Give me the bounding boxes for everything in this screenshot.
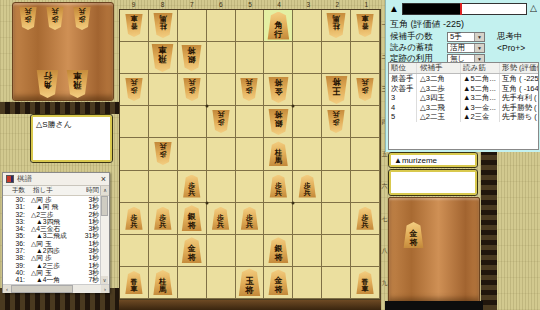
- piece-歩兵[interactable]: 歩兵: [355, 78, 375, 101]
- candidate-row[interactable]: 4△3二飛▲3一金...先手勝勢 ( 2543): [389, 103, 538, 113]
- sente-hand-row-1: 金将: [402, 222, 425, 248]
- piece-歩兵[interactable]: 歩兵: [211, 110, 231, 133]
- header-eval: 形勢 (評価値): [500, 63, 538, 73]
- square-7八[interactable]: 金将: [178, 235, 207, 267]
- kifu-move-row[interactable]: 35:▲3二飛成31秒: [3, 232, 109, 239]
- option-row-memory: 読みの蓄積 活用 ▼ <Pro+>: [390, 43, 540, 53]
- kifu-move-row[interactable]: 34:△4三金右3秒: [3, 225, 109, 232]
- square-1七[interactable]: 歩兵: [351, 203, 380, 235]
- sente-comment-box: [388, 169, 478, 196]
- square-2五[interactable]: [322, 138, 351, 170]
- square-8五[interactable]: 歩兵: [149, 138, 178, 170]
- square-8九[interactable]: 桂馬: [149, 267, 178, 299]
- square-2九[interactable]: [322, 267, 351, 299]
- evaluation-text: 互角 (評価値 -225): [386, 15, 540, 31]
- square-1三[interactable]: 歩兵: [351, 74, 380, 106]
- chevron-down-icon[interactable]: ▼: [474, 33, 484, 41]
- square-5二[interactable]: [236, 42, 265, 74]
- square-5三[interactable]: 歩兵: [236, 74, 265, 106]
- kifu-move-row[interactable]: 30:△同 歩3秒: [3, 196, 109, 203]
- file-label-9: 9: [119, 0, 148, 9]
- square-1六[interactable]: [351, 171, 380, 203]
- scroll-right-icon[interactable]: ›: [101, 285, 109, 293]
- evaluation-bar-row: ▲ △: [386, 0, 540, 15]
- kifu-move-row[interactable]: 39:▲2三歩1秒: [3, 262, 109, 269]
- square-6六[interactable]: [207, 171, 236, 203]
- kifu-col-move: 指し手: [25, 186, 86, 195]
- candidate-row[interactable]: 5△2二玉▲2三金先手勝ち ( 99999): [389, 112, 538, 122]
- candidate-row[interactable]: 最善手△3二角▲5二角...互角 ( -225): [389, 74, 538, 84]
- square-5一[interactable]: [236, 10, 265, 42]
- sente-mark-icon: ▲: [389, 3, 399, 14]
- piece-歩兵[interactable]: 歩兵: [239, 78, 259, 101]
- square-9六[interactable]: [120, 171, 149, 203]
- square-5七[interactable]: 歩兵: [236, 203, 265, 235]
- square-7二[interactable]: 銀将: [178, 42, 207, 74]
- header-move: 候補手: [417, 63, 461, 73]
- kifu-col-time: 時間: [86, 186, 100, 195]
- chevron-down-icon[interactable]: ▼: [474, 44, 484, 52]
- square-3六[interactable]: 歩兵: [293, 171, 322, 203]
- close-icon[interactable]: ×: [101, 175, 106, 184]
- piece-歩兵[interactable]: 歩兵: [18, 7, 38, 30]
- kifu-window: 棋譜 × 手数 指し手 時間 ∧ 30:△同 歩3秒31:▲同 飛1秒32:△2…: [2, 172, 110, 293]
- square-3二[interactable]: [293, 42, 322, 74]
- piece-香車[interactable]: 香車: [124, 14, 144, 37]
- piece-桂馬[interactable]: 桂馬: [152, 13, 174, 38]
- piece-金将[interactable]: 金将: [180, 237, 203, 263]
- piece-歩兵[interactable]: 歩兵: [297, 175, 317, 198]
- square-3八[interactable]: [293, 235, 322, 267]
- square-9四[interactable]: [120, 106, 149, 138]
- candidates-count-select[interactable]: 5手 ▼: [447, 32, 485, 42]
- kifu-move-row[interactable]: 37:▲2四歩3秒: [3, 247, 109, 254]
- square-3五[interactable]: [293, 138, 322, 170]
- candidate-moves-table[interactable]: 順位 候補手 読み筋 形勢 (評価値) 最善手△3二角▲5二角...互角 ( -…: [388, 62, 539, 150]
- kifu-move-row[interactable]: 40:△同 玉3秒: [3, 269, 109, 276]
- candidate-row[interactable]: 3△3四玉▲3二角...先手有利 ( 769): [389, 93, 538, 103]
- square-5五[interactable]: [236, 138, 265, 170]
- header-line: 読み筋: [461, 63, 500, 73]
- piece-王将[interactable]: 王将: [324, 76, 349, 104]
- analysis-panel: ▲ △ 互角 (評価値 -225) 候補手の数 5手 ▼ 思考中 読みの蓄積 活…: [385, 0, 540, 152]
- kifu-app-icon: [6, 175, 14, 183]
- square-4六[interactable]: 歩兵: [264, 171, 293, 203]
- square-7六[interactable]: 歩兵: [178, 171, 207, 203]
- square-4八[interactable]: 銀将: [264, 235, 293, 267]
- evaluation-bar-fill: [403, 4, 461, 14]
- square-1九[interactable]: 香車: [351, 267, 380, 299]
- square-7四[interactable]: [178, 106, 207, 138]
- square-9三[interactable]: 歩兵: [120, 74, 149, 106]
- kifu-col-moveno: 手数: [3, 186, 25, 195]
- gote-piece-stand: 歩兵歩兵歩兵 角行飛車: [12, 2, 114, 101]
- gote-nameplate: △S勝さん: [30, 114, 113, 163]
- piece-銀将[interactable]: 銀将: [267, 237, 290, 263]
- square-2三[interactable]: 王将: [322, 74, 351, 106]
- piece-歩兵[interactable]: 歩兵: [153, 142, 173, 165]
- gote-hand-row-1: 歩兵歩兵歩兵: [18, 7, 92, 30]
- piece-桂馬[interactable]: 桂馬: [325, 13, 347, 38]
- star-point: [292, 201, 295, 204]
- scroll-down-icon[interactable]: ∨: [101, 276, 108, 284]
- square-2六[interactable]: [322, 171, 351, 203]
- file-label-5: 5: [235, 0, 264, 9]
- square-8二[interactable]: 飛車: [149, 42, 178, 74]
- star-point: [205, 201, 208, 204]
- piece-歩兵[interactable]: 歩兵: [211, 207, 231, 230]
- square-3九[interactable]: [293, 267, 322, 299]
- square-4三[interactable]: 金将: [264, 74, 293, 106]
- tatami-edge-top-left: [0, 102, 119, 114]
- file-label-6: 6: [206, 0, 235, 9]
- square-2四[interactable]: 歩兵: [322, 106, 351, 138]
- file-label-8: 8: [148, 0, 177, 9]
- evaluation-bar: [402, 3, 527, 15]
- sente-piece-stand: 金将: [388, 197, 480, 303]
- gote-player-name: △S勝さん: [36, 120, 72, 129]
- square-7九[interactable]: [178, 267, 207, 299]
- square-2八[interactable]: [322, 235, 351, 267]
- square-5九[interactable]: 玉将: [236, 267, 265, 299]
- piece-歩兵[interactable]: 歩兵: [326, 110, 346, 133]
- square-6四[interactable]: 歩兵: [207, 106, 236, 138]
- kifu-vertical-scrollbar[interactable]: ∨: [100, 196, 109, 284]
- square-3一[interactable]: [293, 10, 322, 42]
- piece-歩兵[interactable]: 歩兵: [153, 207, 173, 230]
- kifu-move-row[interactable]: 38:△同 歩1秒: [3, 254, 109, 261]
- piece-歩兵[interactable]: 歩兵: [124, 207, 144, 230]
- square-6二[interactable]: [207, 42, 236, 74]
- square-1一[interactable]: 香車: [351, 10, 380, 42]
- scroll-up-icon[interactable]: ∧: [100, 186, 109, 195]
- engine-name: <Pro+>: [485, 43, 525, 53]
- square-7七[interactable]: 銀将: [178, 203, 207, 235]
- square-8八[interactable]: [149, 235, 178, 267]
- square-8七[interactable]: 歩兵: [149, 203, 178, 235]
- kifu-move-row[interactable]: 36:△同 玉1秒: [3, 240, 109, 247]
- piece-桂馬[interactable]: 桂馬: [267, 141, 289, 166]
- square-4二[interactable]: [264, 42, 293, 74]
- square-4一[interactable]: 角行: [264, 10, 293, 42]
- square-6九[interactable]: [207, 267, 236, 299]
- square-5六[interactable]: [236, 171, 265, 203]
- scroll-left-icon[interactable]: ‹: [3, 285, 11, 293]
- evaluation-bar-marker: [460, 3, 462, 15]
- piece-歩兵[interactable]: 歩兵: [355, 207, 375, 230]
- square-4四[interactable]: 銀将: [264, 106, 293, 138]
- piece-玉将[interactable]: 玉将: [237, 268, 262, 296]
- square-5八[interactable]: [236, 235, 265, 267]
- file-label-1: 1: [352, 0, 381, 9]
- square-3三[interactable]: [293, 74, 322, 106]
- combo-value: 5手: [448, 32, 474, 42]
- piece-歩兵[interactable]: 歩兵: [182, 175, 202, 198]
- square-9二[interactable]: [120, 42, 149, 74]
- kifu-horizontal-scrollbar[interactable]: ‹ ›: [3, 284, 109, 293]
- piece-歩兵[interactable]: 歩兵: [182, 78, 202, 101]
- square-9九[interactable]: 香車: [120, 267, 149, 299]
- tray-base-shadow: [385, 301, 483, 310]
- square-8四[interactable]: [149, 106, 178, 138]
- piece-歩兵[interactable]: 歩兵: [124, 78, 144, 101]
- piece-飛車[interactable]: 飛車: [150, 44, 175, 72]
- square-8六[interactable]: [149, 171, 178, 203]
- piece-歩兵[interactable]: 歩兵: [72, 7, 92, 30]
- piece-香車[interactable]: 香車: [355, 271, 375, 294]
- tatami-edge-right: [481, 152, 497, 310]
- piece-金将[interactable]: 金将: [267, 77, 290, 103]
- piece-歩兵[interactable]: 歩兵: [268, 175, 288, 198]
- option-row-candidates: 候補手の数 5手 ▼ 思考中: [390, 32, 540, 42]
- square-7三[interactable]: 歩兵: [178, 74, 207, 106]
- file-label-2: 2: [323, 0, 352, 9]
- square-6三[interactable]: [207, 74, 236, 106]
- piece-桂馬[interactable]: 桂馬: [152, 270, 174, 295]
- square-6五[interactable]: [207, 138, 236, 170]
- square-9八[interactable]: [120, 235, 149, 267]
- square-7一[interactable]: [178, 10, 207, 42]
- kifu-move-row[interactable]: 41:▲4一角7秒: [3, 276, 109, 283]
- star-point: [292, 105, 295, 108]
- piece-飛車[interactable]: 飛車: [65, 70, 90, 98]
- square-2七[interactable]: [322, 203, 351, 235]
- file-label-3: 3: [294, 0, 323, 9]
- piece-金将[interactable]: 金将: [267, 269, 290, 295]
- board-bottom-edge: [119, 300, 381, 310]
- combo-value: 活用: [448, 43, 474, 53]
- square-2二[interactable]: [322, 42, 351, 74]
- engine-status: 思考中: [485, 31, 523, 43]
- square-9七[interactable]: 歩兵: [120, 203, 149, 235]
- square-1四[interactable]: [351, 106, 380, 138]
- piece-銀将[interactable]: 銀将: [180, 45, 203, 71]
- kifu-move-row[interactable]: 32:△2三歩2秒: [3, 211, 109, 218]
- square-8三[interactable]: [149, 74, 178, 106]
- kifu-move-row[interactable]: 31:▲同 飛1秒: [3, 203, 109, 210]
- piece-歩兵[interactable]: 歩兵: [45, 7, 65, 30]
- square-4七[interactable]: [264, 203, 293, 235]
- board-file-labels: 987654321: [119, 0, 381, 9]
- square-9五[interactable]: [120, 138, 149, 170]
- star-point: [205, 105, 208, 108]
- candidate-table-header: 順位 候補手 読み筋 形勢 (評価値): [389, 63, 538, 74]
- piece-金将[interactable]: 金将: [402, 222, 425, 248]
- file-label-7: 7: [177, 0, 206, 9]
- square-8一[interactable]: 桂馬: [149, 10, 178, 42]
- square-1八[interactable]: [351, 235, 380, 267]
- square-7五[interactable]: [178, 138, 207, 170]
- square-4五[interactable]: 桂馬: [264, 138, 293, 170]
- scrollbar-thumb-horizontal[interactable]: [11, 285, 73, 293]
- gote-mark-icon: △: [530, 3, 537, 14]
- piece-歩兵[interactable]: 歩兵: [239, 207, 259, 230]
- scrollbar-thumb[interactable]: [101, 196, 108, 216]
- memory-select[interactable]: 活用 ▼: [447, 43, 485, 53]
- shogi-board[interactable]: 香車桂馬角行桂馬香車飛車銀将歩兵歩兵歩兵金将王将歩兵歩兵銀将歩兵歩兵桂馬歩兵歩兵…: [119, 9, 381, 300]
- square-4九[interactable]: 金将: [264, 267, 293, 299]
- piece-香車[interactable]: 香車: [124, 271, 144, 294]
- square-2一[interactable]: 桂馬: [322, 10, 351, 42]
- kifu-move-list[interactable]: 30:△同 歩3秒31:▲同 飛1秒32:△2三歩2秒33:▲3四飛1秒34:△…: [3, 196, 109, 284]
- square-1五[interactable]: [351, 138, 380, 170]
- square-3四[interactable]: [293, 106, 322, 138]
- file-label-4: 4: [265, 0, 294, 9]
- sente-nameplate: ▲murizeme: [388, 152, 478, 168]
- square-6八[interactable]: [207, 235, 236, 267]
- square-6一[interactable]: [207, 10, 236, 42]
- piece-銀将[interactable]: 銀将: [267, 109, 290, 135]
- sente-player-name: ▲murizeme: [394, 156, 437, 165]
- kifu-move-row[interactable]: 33:▲3四飛1秒: [3, 218, 109, 225]
- kifu-title: 棋譜: [17, 174, 101, 184]
- kifu-titlebar[interactable]: 棋譜 ×: [3, 173, 109, 186]
- piece-角行[interactable]: 角行: [35, 70, 60, 98]
- candidate-row[interactable]: 次善手△3二歩▲5二角...互角 ( -164): [389, 84, 538, 94]
- square-3七[interactable]: [293, 203, 322, 235]
- piece-香車[interactable]: 香車: [355, 14, 375, 37]
- piece-角行[interactable]: 角行: [266, 12, 291, 40]
- square-6七[interactable]: 歩兵: [207, 203, 236, 235]
- shogi-app-window: 歩兵歩兵歩兵 角行飛車 △S勝さん 棋譜 × 手数 指し手 時間 ∧ 30:△同…: [0, 0, 540, 310]
- square-1二[interactable]: [351, 42, 380, 74]
- square-9一[interactable]: 香車: [120, 10, 149, 42]
- kifu-column-header: 手数 指し手 時間 ∧: [3, 186, 109, 196]
- piece-銀将[interactable]: 銀将: [180, 205, 203, 231]
- square-5四[interactable]: [236, 106, 265, 138]
- gote-hand-row-2: 角行飛車: [35, 70, 90, 98]
- header-rank: 順位: [389, 63, 417, 73]
